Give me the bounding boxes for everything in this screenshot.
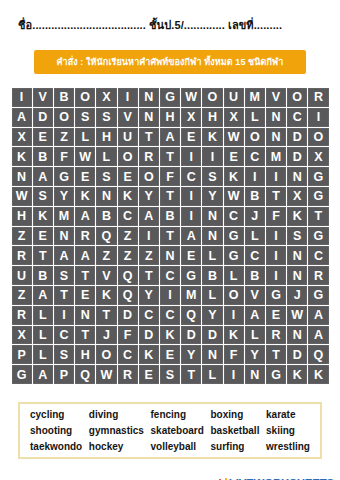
grid-cell-r1c5[interactable]: X [96,88,116,107]
grid-cell-r5c1[interactable]: N [12,167,32,186]
grid-cell-r11c3[interactable]: T [54,286,74,305]
grid-cell-r9c1[interactable]: R [12,246,32,265]
grid-cell-r13c13[interactable]: R [266,326,286,345]
grid-cell-r14c4[interactable]: H [75,345,95,364]
grid-cell-r9c6[interactable]: Z [118,246,138,265]
name-class-number-line[interactable]: ชื่อ....................................… [18,16,326,34]
grid-cell-r14c11[interactable]: F [224,345,244,364]
grid-cell-r5c12[interactable]: I [245,167,265,186]
grid-cell-r8c3[interactable]: N [54,227,74,246]
word-bank-item-surfing: surfing [211,441,260,452]
grid-cell-r5c6[interactable]: E [118,167,138,186]
grid-cell-r9c12[interactable]: C [245,246,265,265]
grid-cell-r1c2[interactable]: V [33,88,53,107]
grid-cell-r7c9[interactable]: I [181,207,201,226]
grid-cell-r15c15[interactable]: K [308,365,328,384]
grid-cell-r15c3[interactable]: P [54,365,74,384]
word-bank-item-cycling: cycling [30,409,82,420]
grid-cell-r11c8[interactable]: I [160,286,180,305]
grid-cell-r14c6[interactable]: C [118,345,138,364]
grid-cell-r9c9[interactable]: E [181,246,201,265]
grid-cell-r7c10[interactable]: N [202,207,222,226]
instruction-banner: คำสั่ง : ให้นักเรียนหาคำศัพท์ของกีฬา ทั้… [34,50,306,74]
grid-cell-r15c5[interactable]: W [96,365,116,384]
grid-cell-r14c5[interactable]: O [96,345,116,364]
grid-cell-r15c4[interactable]: Q [75,365,95,384]
grid-cell-r4c8[interactable]: T [160,147,180,166]
grid-cell-r14c2[interactable]: L [33,345,53,364]
grid-cell-r11c9[interactable]: M [181,286,201,305]
grid-cell-r6c2[interactable]: S [33,187,53,206]
word-bank: cyclingdivingfencingboxingkarateshooting… [18,402,322,459]
grid-cell-r5c4[interactable]: E [75,167,95,186]
grid-cell-r3c5[interactable]: H [96,128,116,147]
grid-cell-r6c9[interactable]: I [181,187,201,206]
grid-cell-r2c13[interactable]: N [266,108,286,127]
grid-cell-r3c3[interactable]: Z [54,128,74,147]
grid-cell-r10c10[interactable]: B [202,266,222,285]
grid-cell-r12c3[interactable]: I [54,306,74,325]
grid-cell-r9c4[interactable]: A [75,246,95,265]
grid-cell-r8c11[interactable]: G [224,227,244,246]
grid-cell-r2c11[interactable]: X [224,108,244,127]
grid-cell-r11c11[interactable]: O [224,286,244,305]
grid-cell-r7c12[interactable]: J [245,207,265,226]
grid-cell-r3c2[interactable]: E [33,128,53,147]
grid-cell-r8c12[interactable]: L [245,227,265,246]
grid-cell-r4c12[interactable]: C [245,147,265,166]
grid-cell-r8c2[interactable]: E [33,227,53,246]
grid-cell-r2c3[interactable]: O [54,108,74,127]
grid-cell-r15c8[interactable]: S [160,365,180,384]
grid-cell-r10c7[interactable]: T [139,266,159,285]
grid-cell-r10c12[interactable]: B [245,266,265,285]
grid-cell-r11c14[interactable]: J [287,286,307,305]
grid-cell-r4c14[interactable]: D [287,147,307,166]
word-bank-item-boxing: boxing [211,409,260,420]
word-bank-item-hockey: hockey [89,441,144,452]
grid-cell-r5c11[interactable]: K [224,167,244,186]
grid-cell-r14c3[interactable]: S [54,345,74,364]
grid-cell-r2c4[interactable]: S [75,108,95,127]
grid-cell-r13c3[interactable]: C [54,326,74,345]
grid-cell-r8c10[interactable]: N [202,227,222,246]
grid-cell-r10c9[interactable]: G [181,266,201,285]
grid-cell-r2c10[interactable]: H [202,108,222,127]
grid-cell-r15c9[interactable]: T [181,365,201,384]
word-bank-item-skiing: skiing [266,425,310,436]
grid-cell-r11c1[interactable]: Z [12,286,32,305]
grid-cell-r5c8[interactable]: F [160,167,180,186]
grid-cell-r1c10[interactable]: O [202,88,222,107]
grid-cell-r5c14[interactable]: N [287,167,307,186]
grid-cell-r4c13[interactable]: M [266,147,286,166]
word-bank-item-karate: karate [266,409,310,420]
grid-cell-r4c9[interactable]: I [181,147,201,166]
grid-cell-r12c2[interactable]: L [33,306,53,325]
grid-cell-r14c15[interactable]: Q [308,345,328,364]
grid-cell-r11c15[interactable]: G [308,286,328,305]
grid-cell-r3c7[interactable]: T [139,128,159,147]
grid-cell-r1c6[interactable]: I [118,88,138,107]
grid-cell-r13c1[interactable]: X [12,326,32,345]
grid-cell-r13c9[interactable]: D [181,326,201,345]
grid-cell-r15c12[interactable]: N [245,365,265,384]
grid-cell-r15c7[interactable]: E [139,365,159,384]
grid-cell-r1c13[interactable]: V [266,88,286,107]
grid-cell-r9c2[interactable]: T [33,246,53,265]
grid-cell-r9c15[interactable]: C [308,246,328,265]
grid-cell-r6c13[interactable]: T [266,187,286,206]
grid-cell-r5c9[interactable]: C [181,167,201,186]
grid-cell-r12c5[interactable]: T [96,306,116,325]
grid-cell-r13c14[interactable]: N [287,326,307,345]
grid-cell-r6c11[interactable]: W [224,187,244,206]
grid-cell-r3c9[interactable]: E [181,128,201,147]
grid-cell-r12c1[interactable]: R [12,306,32,325]
grid-cell-r15c2[interactable]: A [33,365,53,384]
grid-cell-r1c3[interactable]: B [54,88,74,107]
grid-cell-r4c7[interactable]: R [139,147,159,166]
grid-cell-r9c3[interactable]: A [54,246,74,265]
grid-cell-r10c3[interactable]: S [54,266,74,285]
word-bank-item-basketball: basketball [211,425,260,436]
grid-cell-r5c15[interactable]: G [308,167,328,186]
grid-cell-r13c10[interactable]: D [202,326,222,345]
grid-cell-r4c2[interactable]: B [33,147,53,166]
grid-cell-r12c15[interactable]: A [308,306,328,325]
word-bank-item-diving: diving [89,409,144,420]
word-bank-item-fencing: fencing [151,409,204,420]
word-bank-item-skateboard: skateboard [151,425,204,436]
grid-cell-r11c13[interactable]: G [266,286,286,305]
instruction-text: คำสั่ง : ให้นักเรียนหาคำศัพท์ของกีฬา ทั้… [57,55,284,69]
grid-cell-r8c6[interactable]: Z [118,227,138,246]
grid-cell-r7c14[interactable]: K [287,207,307,226]
grid-cell-r13c5[interactable]: J [96,326,116,345]
word-search-grid: IVBOXINGWOUMVORADOSSVNHXHXLNCIXEZLHUTAEK… [12,88,329,384]
grid-cell-r4c10[interactable]: I [202,147,222,166]
grid-cell-r10c6[interactable]: Q [118,266,138,285]
grid-cell-r3c4[interactable]: L [75,128,95,147]
grid-cell-r10c13[interactable]: I [266,266,286,285]
grid-cell-r2c6[interactable]: V [118,108,138,127]
grid-cell-r12c7[interactable]: C [139,306,159,325]
word-bank-item-taekwondo: taekwondo [30,441,82,452]
grid-cell-r6c6[interactable]: K [118,187,138,206]
grid-cell-r9c10[interactable]: L [202,246,222,265]
grid-cell-r5c13[interactable]: I [266,167,286,186]
grid-cell-r2c9[interactable]: X [181,108,201,127]
grid-cell-r6c5[interactable]: N [96,187,116,206]
grid-cell-r13c15[interactable]: A [308,326,328,345]
grid-cell-r11c7[interactable]: Y [139,286,159,305]
grid-cell-r8c1[interactable]: Z [12,227,32,246]
grid-cell-r2c8[interactable]: H [160,108,180,127]
grid-cell-r6c1[interactable]: W [12,187,32,206]
grid-cell-r1c15[interactable]: R [308,88,328,107]
grid-cell-r3c13[interactable]: N [266,128,286,147]
grid-cell-r9c14[interactable]: N [287,246,307,265]
grid-cell-r12c14[interactable]: W [287,306,307,325]
grid-cell-r10c14[interactable]: N [287,266,307,285]
grid-cell-r14c10[interactable]: N [202,345,222,364]
grid-cell-r12c11[interactable]: I [224,306,244,325]
grid-cell-r1c12[interactable]: M [245,88,265,107]
grid-cell-r5c7[interactable]: O [139,167,159,186]
grid-cell-r5c2[interactable]: A [33,167,53,186]
grid-cell-r3c8[interactable]: A [160,128,180,147]
grid-cell-r8c14[interactable]: S [287,227,307,246]
grid-cell-r10c2[interactable]: B [33,266,53,285]
grid-cell-r12c13[interactable]: E [266,306,286,325]
grid-cell-r10c4[interactable]: T [75,266,95,285]
grid-cell-r1c11[interactable]: U [224,88,244,107]
grid-cell-r14c8[interactable]: E [160,345,180,364]
grid-cell-r13c11[interactable]: K [224,326,244,345]
grid-cell-r8c5[interactable]: Q [96,227,116,246]
grid-cell-r3c12[interactable]: O [245,128,265,147]
grid-cell-r1c14[interactable]: O [287,88,307,107]
grid-cell-r15c6[interactable]: R [118,365,138,384]
grid-cell-r4c11[interactable]: E [224,147,244,166]
grid-cell-r14c1[interactable]: P [12,345,32,364]
grid-cell-r3c10[interactable]: K [202,128,222,147]
grid-cell-r1c9[interactable]: W [181,88,201,107]
grid-cell-r13c2[interactable]: L [33,326,53,345]
grid-cell-r15c1[interactable]: G [12,365,32,384]
grid-cell-r1c8[interactable]: G [160,88,180,107]
grid-cell-r3c14[interactable]: D [287,128,307,147]
grid-cell-r7c7[interactable]: A [139,207,159,226]
grid-cell-r8c9[interactable]: A [181,227,201,246]
grid-cell-r11c12[interactable]: V [245,286,265,305]
grid-cell-r2c7[interactable]: N [139,108,159,127]
grid-cell-r3c1[interactable]: X [12,128,32,147]
grid-cell-r6c15[interactable]: G [308,187,328,206]
grid-cell-r13c12[interactable]: L [245,326,265,345]
grid-cell-r7c6[interactable]: C [118,207,138,226]
grid-cell-r4c5[interactable]: L [96,147,116,166]
grid-cell-r8c13[interactable]: I [266,227,286,246]
grid-cell-r4c4[interactable]: W [75,147,95,166]
grid-cell-r3c15[interactable]: O [308,128,328,147]
grid-cell-r4c1[interactable]: K [12,147,32,166]
worksheet-page: ชื่อ....................................… [0,16,340,480]
grid-cell-r6c12[interactable]: B [245,187,265,206]
grid-cell-r14c12[interactable]: Y [245,345,265,364]
grid-cell-r9c5[interactable]: Z [96,246,116,265]
grid-cell-r2c14[interactable]: C [287,108,307,127]
grid-cell-r2c15[interactable]: I [308,108,328,127]
grid-cell-r12c6[interactable]: D [118,306,138,325]
grid-cell-r8c7[interactable]: I [139,227,159,246]
grid-cell-r9c7[interactable]: Z [139,246,159,265]
word-bank-item-shooting: shooting [30,425,82,436]
grid-cell-r15c11[interactable]: I [224,365,244,384]
grid-cell-r2c5[interactable]: S [96,108,116,127]
grid-cell-r13c7[interactable]: D [139,326,159,345]
grid-cell-r13c6[interactable]: F [118,326,138,345]
grid-cell-r4c6[interactable]: O [118,147,138,166]
grid-cell-r2c12[interactable]: L [245,108,265,127]
grid-cell-r11c4[interactable]: E [75,286,95,305]
grid-cell-r12c9[interactable]: Q [181,306,201,325]
grid-cell-r15c10[interactable]: L [202,365,222,384]
grid-cell-r3c6[interactable]: U [118,128,138,147]
grid-cell-r10c1[interactable]: U [12,266,32,285]
grid-cell-r14c9[interactable]: Y [181,345,201,364]
grid-cell-r5c10[interactable]: S [202,167,222,186]
grid-cell-r15c14[interactable]: K [287,365,307,384]
grid-cell-r14c7[interactable]: K [139,345,159,364]
grid-cell-r6c8[interactable]: T [160,187,180,206]
grid-cell-r1c4[interactable]: O [75,88,95,107]
grid-cell-r11c6[interactable]: Q [118,286,138,305]
grid-cell-r7c2[interactable]: K [33,207,53,226]
grid-cell-r11c2[interactable]: A [33,286,53,305]
grid-cell-r2c1[interactable]: A [12,108,32,127]
grid-cell-r12c8[interactable]: C [160,306,180,325]
grid-cell-r1c7[interactable]: N [139,88,159,107]
grid-cell-r8c8[interactable]: T [160,227,180,246]
grid-cell-r4c3[interactable]: F [54,147,74,166]
grid-cell-r12c4[interactable]: N [75,306,95,325]
grid-cell-r12c10[interactable]: Y [202,306,222,325]
grid-cell-r13c8[interactable]: K [160,326,180,345]
word-bank-item-wrestling: wrestling [266,441,310,452]
grid-cell-r8c4[interactable]: R [75,227,95,246]
grid-cell-r11c5[interactable]: K [96,286,116,305]
grid-cell-r6c4[interactable]: K [75,187,95,206]
grid-cell-r9c11[interactable]: G [224,246,244,265]
word-bank-item-gymnastics: gymnastics [89,425,144,436]
grid-cell-r7c15[interactable]: T [308,207,328,226]
grid-cell-r5c3[interactable]: G [54,167,74,186]
grid-cell-r7c8[interactable]: B [160,207,180,226]
grid-cell-r3c11[interactable]: W [224,128,244,147]
grid-cell-r12c12[interactable]: A [245,306,265,325]
grid-cell-r2c2[interactable]: D [33,108,53,127]
grid-cell-r6c10[interactable]: Y [202,187,222,206]
word-bank-item-volleyball: volleyball [151,441,204,452]
grid-cell-r4c15[interactable]: X [308,147,328,166]
grid-cell-r14c14[interactable]: D [287,345,307,364]
grid-cell-r15c13[interactable]: G [266,365,286,384]
grid-cell-r10c11[interactable]: L [224,266,244,285]
grid-cell-r7c3[interactable]: M [54,207,74,226]
grid-cell-r14c13[interactable]: T [266,345,286,364]
grid-cell-r13c4[interactable]: T [75,326,95,345]
grid-cell-r7c4[interactable]: A [75,207,95,226]
grid-cell-r6c3[interactable]: Y [54,187,74,206]
grid-cell-r10c15[interactable]: R [308,266,328,285]
grid-cell-r11c10[interactable]: L [202,286,222,305]
grid-cell-r9c13[interactable]: I [266,246,286,265]
grid-cell-r6c7[interactable]: Y [139,187,159,206]
grid-cell-r8c15[interactable]: G [308,227,328,246]
grid-cell-r5c5[interactable]: S [96,167,116,186]
grid-cell-r6c14[interactable]: X [287,187,307,206]
grid-cell-r10c5[interactable]: V [96,266,116,285]
grid-cell-r10c8[interactable]: C [160,266,180,285]
grid-cell-r7c1[interactable]: H [12,207,32,226]
grid-cell-r7c5[interactable]: B [96,207,116,226]
grid-cell-r9c8[interactable]: N [160,246,180,265]
grid-cell-r7c13[interactable]: F [266,207,286,226]
grid-cell-r1c1[interactable]: I [12,88,32,107]
grid-cell-r7c11[interactable]: C [224,207,244,226]
